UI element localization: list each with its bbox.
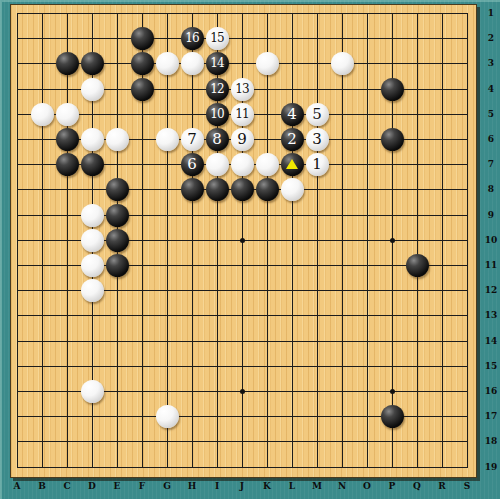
stone-white-K7 <box>256 153 279 176</box>
stone-black-L5: 4 <box>281 103 304 126</box>
stone-white-I7 <box>206 153 229 176</box>
stone-black-I4: 12 <box>206 78 229 101</box>
stone-white-M7: 1 <box>306 153 329 176</box>
grid-line-v-N <box>342 14 343 469</box>
row-label-2: 2 <box>482 33 500 44</box>
grid-line-v-Q <box>417 14 418 469</box>
stone-white-L8 <box>281 178 304 201</box>
stone-white-J6: 9 <box>231 128 254 151</box>
col-label-B: B <box>34 481 50 491</box>
stone-black-H8 <box>181 178 204 201</box>
grid-line-h-19 <box>17 467 468 468</box>
stone-black-C7 <box>56 153 79 176</box>
row-label-6: 6 <box>482 134 500 145</box>
stone-black-E9 <box>106 204 129 227</box>
stone-black-P17 <box>381 405 404 428</box>
stone-white-D16 <box>81 380 104 403</box>
grid-line-h-1 <box>17 13 468 14</box>
move-number-5: 5 <box>306 103 329 126</box>
stone-white-J5: 11 <box>231 103 254 126</box>
stone-white-G6 <box>156 128 179 151</box>
row-label-9: 9 <box>482 210 500 221</box>
col-label-F: F <box>134 481 150 491</box>
stone-white-H6: 7 <box>181 128 204 151</box>
col-label-J: J <box>234 481 250 491</box>
grid-line-v-R <box>442 14 443 469</box>
grid-line-h-18 <box>17 441 468 442</box>
stone-white-J4: 13 <box>231 78 254 101</box>
stone-white-M5: 5 <box>306 103 329 126</box>
row-label-5: 5 <box>482 109 500 120</box>
stone-white-J7 <box>231 153 254 176</box>
move-number-6: 6 <box>181 153 204 176</box>
stone-black-E11 <box>106 254 129 277</box>
grid-line-v-C <box>67 14 68 469</box>
stone-black-P4 <box>381 78 404 101</box>
stone-black-P6 <box>381 128 404 151</box>
row-label-7: 7 <box>482 159 500 170</box>
move-number-13: 13 <box>231 78 254 101</box>
move-number-16: 16 <box>181 27 204 50</box>
col-label-E: E <box>109 481 125 491</box>
row-label-1: 1 <box>482 8 500 19</box>
col-label-H: H <box>184 481 200 491</box>
stone-black-E8 <box>106 178 129 201</box>
stone-black-I5: 10 <box>206 103 229 126</box>
grid-line-v-G <box>167 14 168 469</box>
move-number-8: 8 <box>206 128 229 151</box>
grid-line-v-A <box>17 14 18 469</box>
row-label-3: 3 <box>482 58 500 69</box>
col-label-S: S <box>459 481 475 491</box>
move-number-4: 4 <box>281 103 304 126</box>
stone-black-I6: 8 <box>206 128 229 151</box>
stone-white-M6: 3 <box>306 128 329 151</box>
grid-line-v-L <box>292 14 293 469</box>
col-label-N: N <box>334 481 350 491</box>
stone-black-D7 <box>81 153 104 176</box>
move-number-15: 15 <box>206 27 229 50</box>
grid-line-v-H <box>192 14 193 469</box>
stone-white-C5 <box>56 103 79 126</box>
row-label-15: 15 <box>482 361 500 372</box>
row-label-18: 18 <box>482 436 500 447</box>
stone-white-E6 <box>106 128 129 151</box>
row-label-10: 10 <box>482 235 500 246</box>
stone-white-G3 <box>156 52 179 75</box>
row-label-14: 14 <box>482 336 500 347</box>
col-label-C: C <box>59 481 75 491</box>
col-label-A: A <box>9 481 25 491</box>
row-label-16: 16 <box>482 386 500 397</box>
grid-line-v-O <box>367 14 368 469</box>
triangle-marker <box>286 159 298 169</box>
stone-white-D9 <box>81 204 104 227</box>
grid-line-h-14 <box>17 341 468 342</box>
col-label-Q: Q <box>409 481 425 491</box>
go-board-app: 16141210482615131157931 ABCDEFGHIJKLMNOP… <box>0 0 500 499</box>
col-label-O: O <box>359 481 375 491</box>
stone-black-F4 <box>131 78 154 101</box>
row-label-4: 4 <box>482 84 500 95</box>
grid-line-v-K <box>267 14 268 469</box>
stone-white-G17 <box>156 405 179 428</box>
move-number-10: 10 <box>206 103 229 126</box>
goban[interactable]: 16141210482615131157931 <box>10 4 477 478</box>
row-label-11: 11 <box>482 260 500 271</box>
grid-line-v-S <box>467 14 468 469</box>
stone-white-K3 <box>256 52 279 75</box>
col-label-I: I <box>209 481 225 491</box>
stone-black-H2: 16 <box>181 27 204 50</box>
move-number-3: 3 <box>306 128 329 151</box>
stone-black-Q11 <box>406 254 429 277</box>
grid-line-v-B <box>42 14 43 469</box>
stone-black-F2 <box>131 27 154 50</box>
stone-white-D11 <box>81 254 104 277</box>
move-number-14: 14 <box>206 52 229 75</box>
stone-white-D10 <box>81 229 104 252</box>
star-point-P16 <box>390 389 395 394</box>
stone-black-C6 <box>56 128 79 151</box>
col-label-L: L <box>284 481 300 491</box>
grid-line-v-M <box>317 14 318 469</box>
move-number-9: 9 <box>231 128 254 151</box>
stone-black-D3 <box>81 52 104 75</box>
row-label-19: 19 <box>482 462 500 473</box>
stone-white-D12 <box>81 279 104 302</box>
move-number-12: 12 <box>206 78 229 101</box>
stone-black-I3: 14 <box>206 52 229 75</box>
stone-black-H7: 6 <box>181 153 204 176</box>
row-label-8: 8 <box>482 184 500 195</box>
col-label-M: M <box>309 481 325 491</box>
stone-black-J8 <box>231 178 254 201</box>
stone-black-L7 <box>281 153 304 176</box>
grid-line-h-13 <box>17 315 468 316</box>
col-label-D: D <box>84 481 100 491</box>
grid-line-h-15 <box>17 366 468 367</box>
col-label-G: G <box>159 481 175 491</box>
col-label-R: R <box>434 481 450 491</box>
stone-white-I2: 15 <box>206 27 229 50</box>
star-point-J16 <box>240 389 245 394</box>
stone-black-L6: 2 <box>281 128 304 151</box>
move-number-1: 1 <box>306 153 329 176</box>
star-point-P10 <box>390 238 395 243</box>
col-label-P: P <box>384 481 400 491</box>
stone-black-C3 <box>56 52 79 75</box>
row-label-17: 17 <box>482 411 500 422</box>
stone-black-I8 <box>206 178 229 201</box>
col-label-K: K <box>259 481 275 491</box>
stone-white-H3 <box>181 52 204 75</box>
grid-line-h-2 <box>17 38 468 39</box>
stone-black-E10 <box>106 229 129 252</box>
stone-white-D4 <box>81 78 104 101</box>
stone-black-K8 <box>256 178 279 201</box>
move-number-7: 7 <box>181 128 204 151</box>
stone-black-F3 <box>131 52 154 75</box>
stone-white-D6 <box>81 128 104 151</box>
stone-white-B5 <box>31 103 54 126</box>
move-number-2: 2 <box>281 128 304 151</box>
move-number-11: 11 <box>231 103 254 126</box>
row-label-12: 12 <box>482 285 500 296</box>
star-point-J10 <box>240 238 245 243</box>
stone-white-N3 <box>331 52 354 75</box>
row-label-13: 13 <box>482 310 500 321</box>
